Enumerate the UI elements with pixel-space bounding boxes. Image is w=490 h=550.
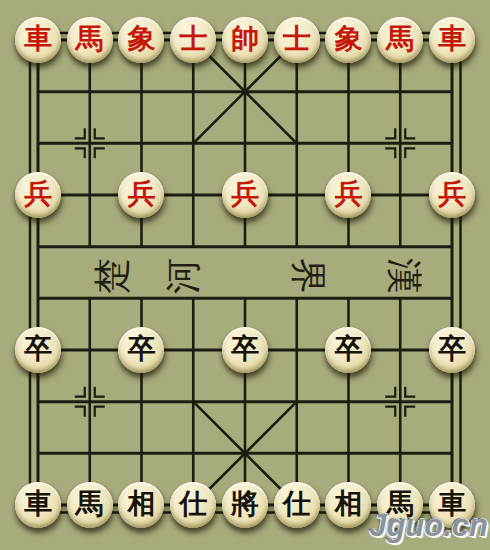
piece-black-卒[interactable]: 卒 [222, 327, 268, 373]
piece-red-車[interactable]: 車 [15, 17, 61, 63]
board-cell: 馬 [64, 479, 116, 531]
board-cell: 帥 [219, 14, 271, 66]
piece-glyph: 象 [334, 25, 362, 53]
piece-glyph: 象 [127, 25, 155, 53]
piece-glyph: 車 [438, 25, 466, 53]
piece-glyph: 帥 [231, 25, 259, 53]
piece-glyph: 兵 [127, 180, 155, 208]
piece-black-仕[interactable]: 仕 [170, 482, 216, 528]
board-cell: 馬 [64, 14, 116, 66]
piece-black-卒[interactable]: 卒 [118, 327, 164, 373]
board-cell: 相 [323, 479, 375, 531]
piece-glyph: 相 [127, 490, 155, 518]
site-watermark: Jguo.cn [369, 508, 488, 544]
piece-glyph: 相 [334, 490, 362, 518]
piece-glyph: 兵 [334, 180, 362, 208]
piece-black-卒[interactable]: 卒 [429, 327, 475, 373]
piece-glyph: 卒 [127, 335, 155, 363]
piece-glyph: 卒 [438, 335, 466, 363]
piece-red-士[interactable]: 士 [170, 17, 216, 63]
board-cell: 卒 [219, 324, 271, 376]
board-cell: 相 [116, 479, 168, 531]
piece-glyph: 兵 [438, 180, 466, 208]
board-cell: 車 [426, 14, 478, 66]
piece-glyph: 士 [179, 25, 207, 53]
piece-black-將[interactable]: 將 [222, 482, 268, 528]
piece-glyph: 仕 [283, 490, 311, 518]
board-cell: 仕 [271, 479, 323, 531]
piece-black-卒[interactable]: 卒 [325, 327, 371, 373]
piece-glyph: 兵 [231, 180, 259, 208]
board-cell: 馬 [374, 14, 426, 66]
board-cell: 卒 [323, 324, 375, 376]
piece-black-相[interactable]: 相 [325, 482, 371, 528]
piece-glyph: 卒 [24, 335, 52, 363]
piece-black-卒[interactable]: 卒 [15, 327, 61, 373]
piece-red-兵[interactable]: 兵 [325, 172, 371, 218]
piece-red-象[interactable]: 象 [118, 17, 164, 63]
piece-red-兵[interactable]: 兵 [15, 172, 61, 218]
piece-black-馬[interactable]: 馬 [67, 482, 113, 528]
piece-red-馬[interactable]: 馬 [377, 17, 423, 63]
board-cell: 兵 [323, 169, 375, 221]
xiangqi-board: 楚 河 界 漢 車馬象士帥士象馬車兵兵兵兵兵卒卒卒卒卒車馬相仕將仕相馬車 Jgu… [0, 0, 490, 550]
board-cell: 兵 [426, 169, 478, 221]
piece-black-相[interactable]: 相 [118, 482, 164, 528]
piece-glyph: 馬 [76, 490, 104, 518]
piece-glyph: 仕 [179, 490, 207, 518]
piece-glyph: 馬 [386, 25, 414, 53]
board-cell: 兵 [116, 169, 168, 221]
piece-red-兵[interactable]: 兵 [222, 172, 268, 218]
piece-glyph: 車 [24, 25, 52, 53]
board-cell: 車 [12, 479, 64, 531]
piece-red-象[interactable]: 象 [325, 17, 371, 63]
piece-grid: 車馬象士帥士象馬車兵兵兵兵兵卒卒卒卒卒車馬相仕將仕相馬車 [12, 14, 478, 531]
board-cell: 象 [323, 14, 375, 66]
board-cell: 士 [167, 14, 219, 66]
piece-black-仕[interactable]: 仕 [274, 482, 320, 528]
piece-red-兵[interactable]: 兵 [118, 172, 164, 218]
board-cell: 卒 [426, 324, 478, 376]
piece-glyph: 卒 [334, 335, 362, 363]
piece-red-馬[interactable]: 馬 [67, 17, 113, 63]
board-cell: 卒 [12, 324, 64, 376]
board-cell: 兵 [12, 169, 64, 221]
board-cell: 象 [116, 14, 168, 66]
piece-glyph: 將 [231, 490, 259, 518]
piece-red-帥[interactable]: 帥 [222, 17, 268, 63]
piece-glyph: 馬 [76, 25, 104, 53]
board-cell: 車 [12, 14, 64, 66]
piece-red-車[interactable]: 車 [429, 17, 475, 63]
piece-red-士[interactable]: 士 [274, 17, 320, 63]
piece-black-車[interactable]: 車 [15, 482, 61, 528]
board-cell: 士 [271, 14, 323, 66]
board-cell: 仕 [167, 479, 219, 531]
board-cell: 將 [219, 479, 271, 531]
piece-glyph: 兵 [24, 180, 52, 208]
piece-red-兵[interactable]: 兵 [429, 172, 475, 218]
board-cell: 兵 [219, 169, 271, 221]
piece-glyph: 卒 [231, 335, 259, 363]
board-cell: 卒 [116, 324, 168, 376]
piece-glyph: 車 [24, 490, 52, 518]
piece-glyph: 士 [283, 25, 311, 53]
